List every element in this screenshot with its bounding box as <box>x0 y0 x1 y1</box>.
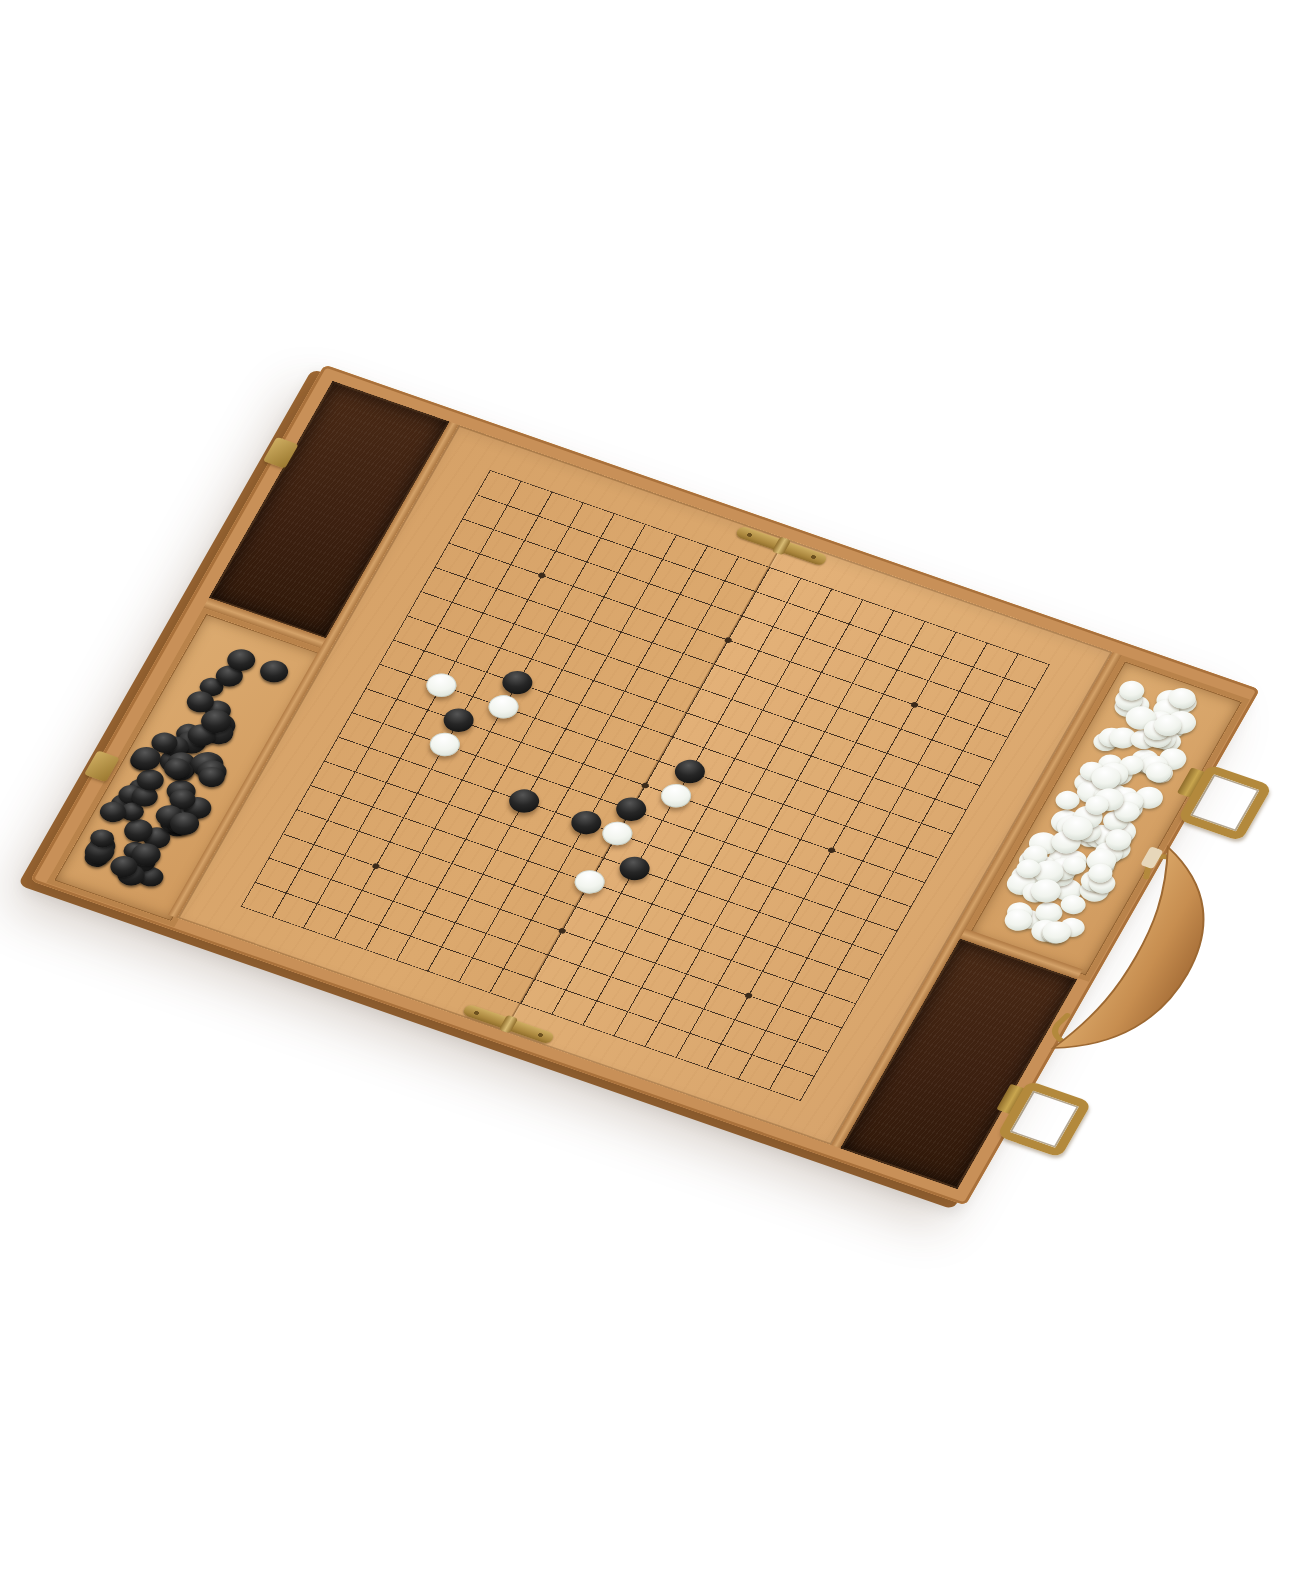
black-stone[interactable] <box>611 794 651 825</box>
tray-stone-black[interactable] <box>255 657 292 686</box>
white-stone[interactable] <box>598 818 638 849</box>
star-point <box>910 701 919 708</box>
black-stone[interactable] <box>498 667 538 698</box>
star-point <box>827 847 836 854</box>
black-stone[interactable] <box>566 807 606 838</box>
white-stone[interactable] <box>656 780 696 811</box>
white-stone[interactable] <box>425 729 465 760</box>
star-point <box>641 782 650 789</box>
black-stone[interactable] <box>504 786 544 817</box>
star-point <box>744 992 753 999</box>
star-point <box>558 927 567 934</box>
go-case-scene <box>30 365 1260 1206</box>
star-point <box>724 637 733 644</box>
black-stone[interactable] <box>615 853 655 884</box>
black-stone[interactable] <box>439 705 479 736</box>
go-case <box>30 365 1260 1206</box>
white-stone[interactable] <box>570 866 610 897</box>
star-point <box>537 572 546 579</box>
white-stone[interactable] <box>422 670 462 701</box>
black-stone[interactable] <box>670 756 710 787</box>
white-stone[interactable] <box>484 691 524 722</box>
star-point <box>371 863 380 870</box>
